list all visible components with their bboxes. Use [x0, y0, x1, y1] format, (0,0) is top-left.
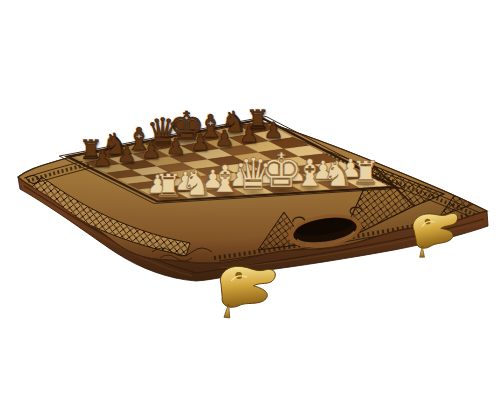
chess-case — [0, 0, 500, 400]
photo-canvas: ♜♞♝♛♚♝♞♜♟♟♟♟♟♟♟♟♟♟♟♟♟♟♟♟♜♞♝♛♚♝♞♜ — [0, 0, 500, 400]
chess-case-svg — [0, 0, 500, 400]
brass-clasp-front — [219, 263, 279, 318]
